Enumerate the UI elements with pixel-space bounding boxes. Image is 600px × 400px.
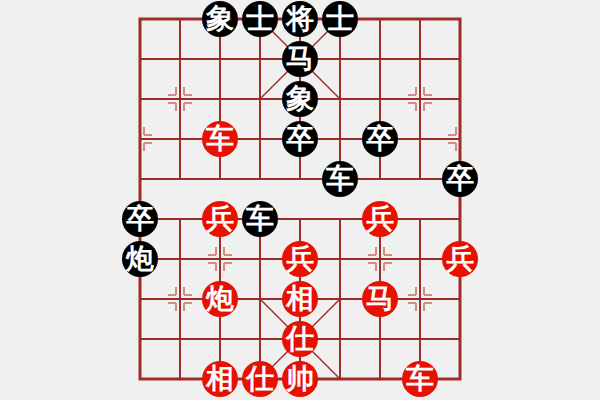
piece-black-soldier[interactable]: 卒 bbox=[122, 201, 158, 237]
piece-red-soldier[interactable]: 兵 bbox=[282, 241, 318, 277]
piece-black-advisor[interactable]: 士 bbox=[242, 1, 278, 37]
xiangqi-board[interactable]: 象士将士马象车卒卒车卒卒兵车兵炮兵兵炮相马仕相仕帅车 bbox=[0, 0, 600, 400]
piece-layer: 象士将士马象车卒卒车卒卒兵车兵炮兵兵炮相马仕相仕帅车 bbox=[0, 0, 600, 400]
piece-black-cannon[interactable]: 炮 bbox=[122, 241, 158, 277]
piece-black-advisor[interactable]: 士 bbox=[322, 1, 358, 37]
piece-red-advisor[interactable]: 仕 bbox=[282, 321, 318, 357]
piece-black-soldier[interactable]: 卒 bbox=[282, 121, 318, 157]
piece-red-advisor[interactable]: 仕 bbox=[242, 361, 278, 397]
piece-black-elephant[interactable]: 象 bbox=[202, 1, 238, 37]
piece-red-elephant[interactable]: 相 bbox=[282, 281, 318, 317]
piece-red-elephant[interactable]: 相 bbox=[202, 361, 238, 397]
piece-black-soldier[interactable]: 卒 bbox=[362, 121, 398, 157]
piece-black-chariot[interactable]: 车 bbox=[322, 161, 358, 197]
piece-black-chariot[interactable]: 车 bbox=[242, 201, 278, 237]
piece-red-general[interactable]: 帅 bbox=[282, 361, 318, 397]
piece-black-elephant[interactable]: 象 bbox=[282, 81, 318, 117]
piece-red-cannon[interactable]: 炮 bbox=[202, 281, 238, 317]
piece-red-soldier[interactable]: 兵 bbox=[442, 241, 478, 277]
piece-black-general[interactable]: 将 bbox=[282, 1, 318, 37]
piece-red-chariot[interactable]: 车 bbox=[202, 121, 238, 157]
piece-red-horse[interactable]: 马 bbox=[362, 281, 398, 317]
piece-red-soldier[interactable]: 兵 bbox=[362, 201, 398, 237]
piece-black-horse[interactable]: 马 bbox=[282, 41, 318, 77]
piece-black-soldier[interactable]: 卒 bbox=[442, 161, 478, 197]
piece-red-soldier[interactable]: 兵 bbox=[202, 201, 238, 237]
piece-red-chariot[interactable]: 车 bbox=[402, 361, 438, 397]
